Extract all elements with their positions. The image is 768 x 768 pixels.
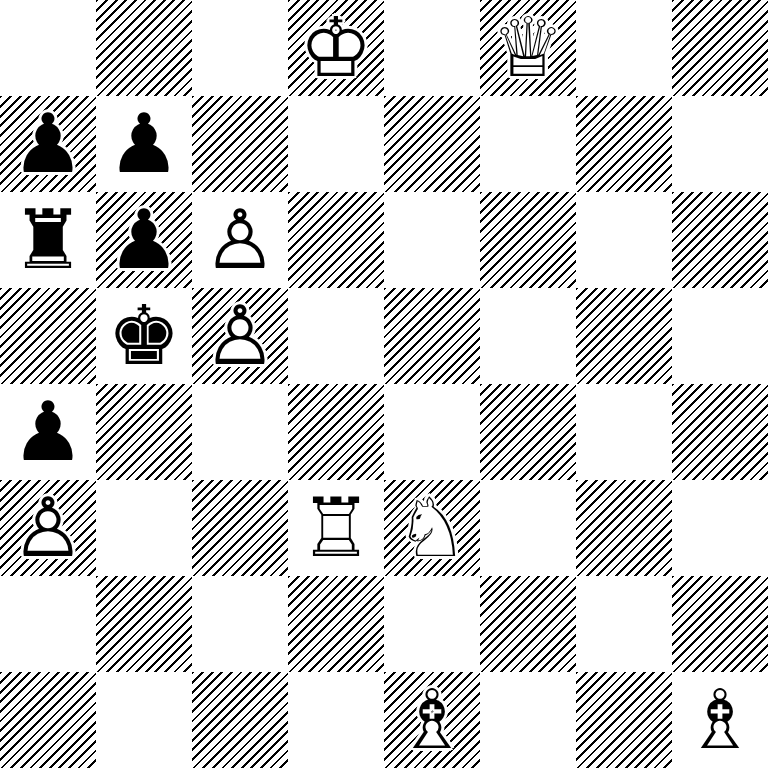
square-b2[interactable] [96,576,192,672]
square-f2[interactable] [480,576,576,672]
square-g7[interactable] [576,96,672,192]
square-e6[interactable] [384,192,480,288]
square-g6[interactable] [576,192,672,288]
piece-glyph: ♗ [384,672,480,768]
piece-glyph: ♔ [288,0,384,96]
square-e4[interactable] [384,384,480,480]
square-g1[interactable] [576,672,672,768]
piece-glyph: ♕ [480,0,576,96]
piece-black-king[interactable]: ♚♚ [96,288,192,384]
square-b6[interactable]: ♟♟ [96,192,192,288]
square-c1[interactable] [192,672,288,768]
square-a2[interactable] [0,576,96,672]
square-f8[interactable]: ♛♕ [480,0,576,96]
square-f6[interactable] [480,192,576,288]
square-g8[interactable] [576,0,672,96]
square-f7[interactable] [480,96,576,192]
square-f4[interactable] [480,384,576,480]
piece-white-pawn[interactable]: ♟♙ [0,480,96,576]
square-c4[interactable] [192,384,288,480]
square-d8[interactable]: ♚♔ [288,0,384,96]
piece-black-pawn[interactable]: ♟♟ [0,384,96,480]
piece-white-rook[interactable]: ♜♖ [288,480,384,576]
square-a8[interactable] [0,0,96,96]
square-e1[interactable]: ♝♗ [384,672,480,768]
square-h3[interactable] [672,480,768,576]
piece-glyph: ♟ [96,96,192,192]
square-d5[interactable] [288,288,384,384]
square-b7[interactable]: ♟♟ [96,96,192,192]
square-g2[interactable] [576,576,672,672]
piece-glyph: ♟ [96,192,192,288]
square-h8[interactable] [672,0,768,96]
square-e3[interactable]: ♞♘ [384,480,480,576]
square-d6[interactable] [288,192,384,288]
square-c2[interactable] [192,576,288,672]
square-d4[interactable] [288,384,384,480]
square-e7[interactable] [384,96,480,192]
square-a6[interactable]: ♜♜ [0,192,96,288]
piece-black-rook[interactable]: ♜♜ [0,192,96,288]
piece-glyph: ♙ [0,480,96,576]
square-a5[interactable] [0,288,96,384]
square-e8[interactable] [384,0,480,96]
square-h7[interactable] [672,96,768,192]
square-b5[interactable]: ♚♚ [96,288,192,384]
square-c6[interactable]: ♟♙ [192,192,288,288]
piece-glyph: ♜ [0,192,96,288]
square-a4[interactable]: ♟♟ [0,384,96,480]
square-b1[interactable] [96,672,192,768]
piece-white-queen[interactable]: ♛♕ [480,0,576,96]
square-g3[interactable] [576,480,672,576]
square-h6[interactable] [672,192,768,288]
piece-black-pawn[interactable]: ♟♟ [96,192,192,288]
square-c7[interactable] [192,96,288,192]
piece-glyph: ♙ [192,288,288,384]
square-b8[interactable] [96,0,192,96]
piece-white-pawn[interactable]: ♟♙ [192,192,288,288]
piece-glyph: ♟ [0,96,96,192]
square-h2[interactable] [672,576,768,672]
piece-white-pawn[interactable]: ♟♙ [192,288,288,384]
square-e5[interactable] [384,288,480,384]
piece-white-knight[interactable]: ♞♘ [384,480,480,576]
square-f1[interactable] [480,672,576,768]
square-a7[interactable]: ♟♟ [0,96,96,192]
square-e2[interactable] [384,576,480,672]
square-b4[interactable] [96,384,192,480]
square-h5[interactable] [672,288,768,384]
square-h4[interactable] [672,384,768,480]
square-g4[interactable] [576,384,672,480]
piece-glyph: ♙ [192,192,288,288]
square-d2[interactable] [288,576,384,672]
square-c3[interactable] [192,480,288,576]
square-g5[interactable] [576,288,672,384]
piece-glyph: ♘ [384,480,480,576]
square-d1[interactable] [288,672,384,768]
square-a1[interactable] [0,672,96,768]
piece-white-king[interactable]: ♚♔ [288,0,384,96]
piece-black-pawn[interactable]: ♟♟ [96,96,192,192]
piece-glyph: ♟ [0,384,96,480]
piece-white-bishop[interactable]: ♝♗ [672,672,768,768]
piece-glyph: ♖ [288,480,384,576]
square-d7[interactable] [288,96,384,192]
square-a3[interactable]: ♟♙ [0,480,96,576]
piece-white-bishop[interactable]: ♝♗ [384,672,480,768]
square-f5[interactable] [480,288,576,384]
piece-glyph: ♗ [672,672,768,768]
square-d3[interactable]: ♜♖ [288,480,384,576]
square-f3[interactable] [480,480,576,576]
square-c5[interactable]: ♟♙ [192,288,288,384]
square-h1[interactable]: ♝♗ [672,672,768,768]
piece-glyph: ♚ [96,288,192,384]
piece-black-pawn[interactable]: ♟♟ [0,96,96,192]
square-b3[interactable] [96,480,192,576]
square-c8[interactable] [192,0,288,96]
chess-board: ♚♔♛♕♟♟♟♟♜♜♟♟♟♙♚♚♟♙♟♟♟♙♜♖♞♘♝♗♝♗ [0,0,768,768]
